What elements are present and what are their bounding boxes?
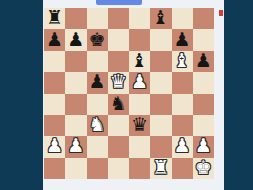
square-e4[interactable] [129,94,150,115]
square-f4[interactable] [150,94,171,115]
square-f1[interactable]: ♜ [150,158,171,179]
square-e2[interactable] [129,136,150,157]
square-c8[interactable] [87,8,108,29]
square-d8[interactable] [108,8,129,29]
piece-white-pawn[interactable]: ♟ [67,136,84,155]
chess-board: ♜♝♟♟♚♟♝♝♟♟♛♟♞♞♛♟♟♟♟♜♚ [44,8,214,179]
square-g5[interactable] [172,72,193,93]
square-c1[interactable] [87,158,108,179]
square-b2[interactable]: ♟ [65,136,86,157]
square-a1[interactable] [44,158,65,179]
piece-black-pawn[interactable]: ♟ [89,72,106,91]
square-a4[interactable] [44,94,65,115]
piece-black-pawn[interactable]: ♟ [46,30,63,49]
piece-white-pawn[interactable]: ♟ [131,72,148,91]
square-h7[interactable] [193,29,214,50]
square-e8[interactable] [129,8,150,29]
square-f7[interactable] [150,29,171,50]
square-h8[interactable] [193,8,214,29]
piece-white-queen[interactable]: ♛ [110,72,127,91]
square-e7[interactable] [129,29,150,50]
square-a3[interactable] [44,115,65,136]
piece-white-pawn[interactable]: ♟ [46,136,63,155]
square-d6[interactable] [108,51,129,72]
square-e5[interactable]: ♟ [129,72,150,93]
piece-black-rook[interactable]: ♜ [46,8,63,27]
left-background-panel [0,0,43,190]
square-a2[interactable]: ♟ [44,136,65,157]
square-f2[interactable] [150,136,171,157]
square-g7[interactable]: ♟ [172,29,193,50]
square-d7[interactable] [108,29,129,50]
square-f6[interactable] [150,51,171,72]
content-panel: ♜♝♟♟♚♟♝♝♟♟♛♟♞♞♛♟♟♟♟♜♚ [43,0,224,190]
square-d3[interactable] [108,115,129,136]
piece-black-pawn[interactable]: ♟ [174,30,191,49]
square-b5[interactable] [65,72,86,93]
square-e6[interactable]: ♝ [129,51,150,72]
square-d1[interactable] [108,158,129,179]
piece-white-king[interactable]: ♚ [195,158,212,177]
square-g6[interactable]: ♝ [172,51,193,72]
square-g8[interactable] [172,8,193,29]
square-h2[interactable]: ♟ [193,136,214,157]
square-b4[interactable] [65,94,86,115]
piece-white-bishop[interactable]: ♝ [174,51,191,70]
piece-black-bishop[interactable]: ♝ [131,51,148,70]
square-e3[interactable]: ♛ [129,115,150,136]
square-f5[interactable] [150,72,171,93]
square-b7[interactable]: ♟ [65,29,86,50]
square-d2[interactable] [108,136,129,157]
square-d5[interactable]: ♛ [108,72,129,93]
scrollbar-marker[interactable] [219,10,223,16]
square-h1[interactable]: ♚ [193,158,214,179]
square-c5[interactable]: ♟ [87,72,108,93]
piece-white-pawn[interactable]: ♟ [195,136,212,155]
piece-black-bishop[interactable]: ♝ [152,8,169,27]
piece-black-knight[interactable]: ♞ [110,94,127,113]
square-h3[interactable] [193,115,214,136]
square-b6[interactable] [65,51,86,72]
square-a7[interactable]: ♟ [44,29,65,50]
piece-white-rook[interactable]: ♜ [152,158,169,177]
square-g3[interactable] [172,115,193,136]
square-h6[interactable]: ♟ [193,51,214,72]
square-g2[interactable]: ♟ [172,136,193,157]
square-e1[interactable] [129,158,150,179]
square-g4[interactable] [172,94,193,115]
square-b1[interactable] [65,158,86,179]
square-b3[interactable] [65,115,86,136]
piece-black-pawn[interactable]: ♟ [67,30,84,49]
square-d4[interactable]: ♞ [108,94,129,115]
square-c7[interactable]: ♚ [87,29,108,50]
piece-black-king[interactable]: ♚ [89,30,106,49]
square-g1[interactable] [172,158,193,179]
top-button[interactable] [96,0,142,5]
piece-white-knight[interactable]: ♞ [89,115,106,134]
square-c3[interactable]: ♞ [87,115,108,136]
square-b8[interactable] [65,8,86,29]
square-a5[interactable] [44,72,65,93]
square-c4[interactable] [87,94,108,115]
right-background-panel [224,0,253,190]
square-c6[interactable] [87,51,108,72]
piece-white-pawn[interactable]: ♟ [174,136,191,155]
piece-black-pawn[interactable]: ♟ [195,51,212,70]
square-a8[interactable]: ♜ [44,8,65,29]
square-h4[interactable] [193,94,214,115]
square-f3[interactable] [150,115,171,136]
square-a6[interactable] [44,51,65,72]
square-c2[interactable] [87,136,108,157]
square-h5[interactable] [193,72,214,93]
piece-black-queen[interactable]: ♛ [131,115,148,134]
square-f8[interactable]: ♝ [150,8,171,29]
